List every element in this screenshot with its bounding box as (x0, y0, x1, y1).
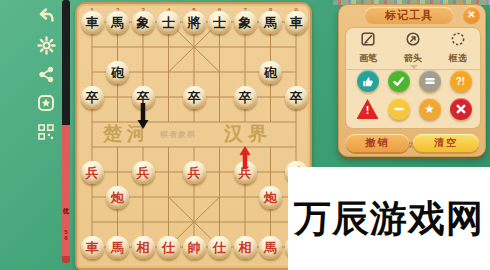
warning-mark-icon[interactable]: ! (357, 98, 379, 120)
settings-button[interactable] (36, 35, 56, 55)
xiangqi-app: 红优 56 123456789 楚河 棋者象棋 汉界 車馬象士將士象馬車砲砲卒卒… (0, 0, 490, 270)
tool-brush-label: 画笔 (359, 52, 377, 65)
arrow-tool-icon (406, 32, 420, 50)
xiangqi-board[interactable]: 123456789 楚河 棋者象棋 汉界 車馬象士將士象馬車砲砲卒卒卒卒卒兵兵兵… (75, 2, 312, 270)
advantage-bar-cap (62, 256, 70, 263)
star-bookmark-icon (37, 94, 55, 112)
share-button[interactable] (36, 64, 56, 84)
box-select-icon (451, 32, 465, 50)
advantage-value: 56 (62, 229, 70, 241)
tool-arrow-label: 箭头 (404, 52, 422, 65)
cross-mark-icon[interactable] (450, 98, 472, 120)
star-mark-icon[interactable]: ★ (419, 98, 441, 120)
undo-button[interactable]: 撤销 (346, 134, 409, 152)
watermark-box: 万辰游戏网 (288, 167, 490, 270)
tool-box-select[interactable]: 框选 (441, 32, 475, 65)
favorite-button[interactable] (36, 93, 56, 113)
brush-icon (361, 32, 375, 50)
equals-mark-icon[interactable] (419, 70, 441, 92)
red-move-arrow (240, 146, 251, 155)
advantage-bar: 红优 56 (62, 0, 70, 263)
tool-brush[interactable]: 画笔 (351, 32, 385, 65)
check-mark-icon[interactable] (388, 70, 410, 92)
qr-code-button[interactable] (36, 122, 56, 142)
tool-arrow[interactable]: 箭头 (396, 32, 430, 65)
advantage-bar-black (62, 0, 70, 125)
watermark-text: 万辰游戏网 (294, 194, 484, 244)
clear-button[interactable]: 清空 (413, 134, 479, 152)
gear-icon (37, 36, 56, 55)
back-icon (37, 7, 55, 25)
thumbs-up-mark-icon[interactable] (357, 70, 379, 92)
tool-box-select-label: 框选 (449, 52, 467, 65)
collapse-caret-icon[interactable] (410, 65, 418, 69)
warning-triangle: ! (357, 99, 379, 119)
panel-title: 标记工具 (365, 7, 453, 24)
sidebar (36, 6, 62, 142)
question-exclaim-mark-icon[interactable]: ?! (450, 70, 472, 92)
move-arrows-layer (77, 4, 310, 268)
black-move-arrow (138, 120, 149, 129)
qr-code-icon (37, 123, 55, 141)
back-button[interactable] (36, 6, 56, 26)
minus-mark-icon[interactable] (388, 98, 410, 120)
marks-grid: ?!!★ (352, 70, 476, 120)
panel-body: 画笔 箭头 (345, 27, 481, 129)
marker-tools-panel: 标记工具 ✕ 画笔 (338, 4, 486, 157)
close-button[interactable]: ✕ (463, 6, 480, 23)
close-icon: ✕ (467, 9, 475, 20)
share-icon (38, 66, 55, 83)
